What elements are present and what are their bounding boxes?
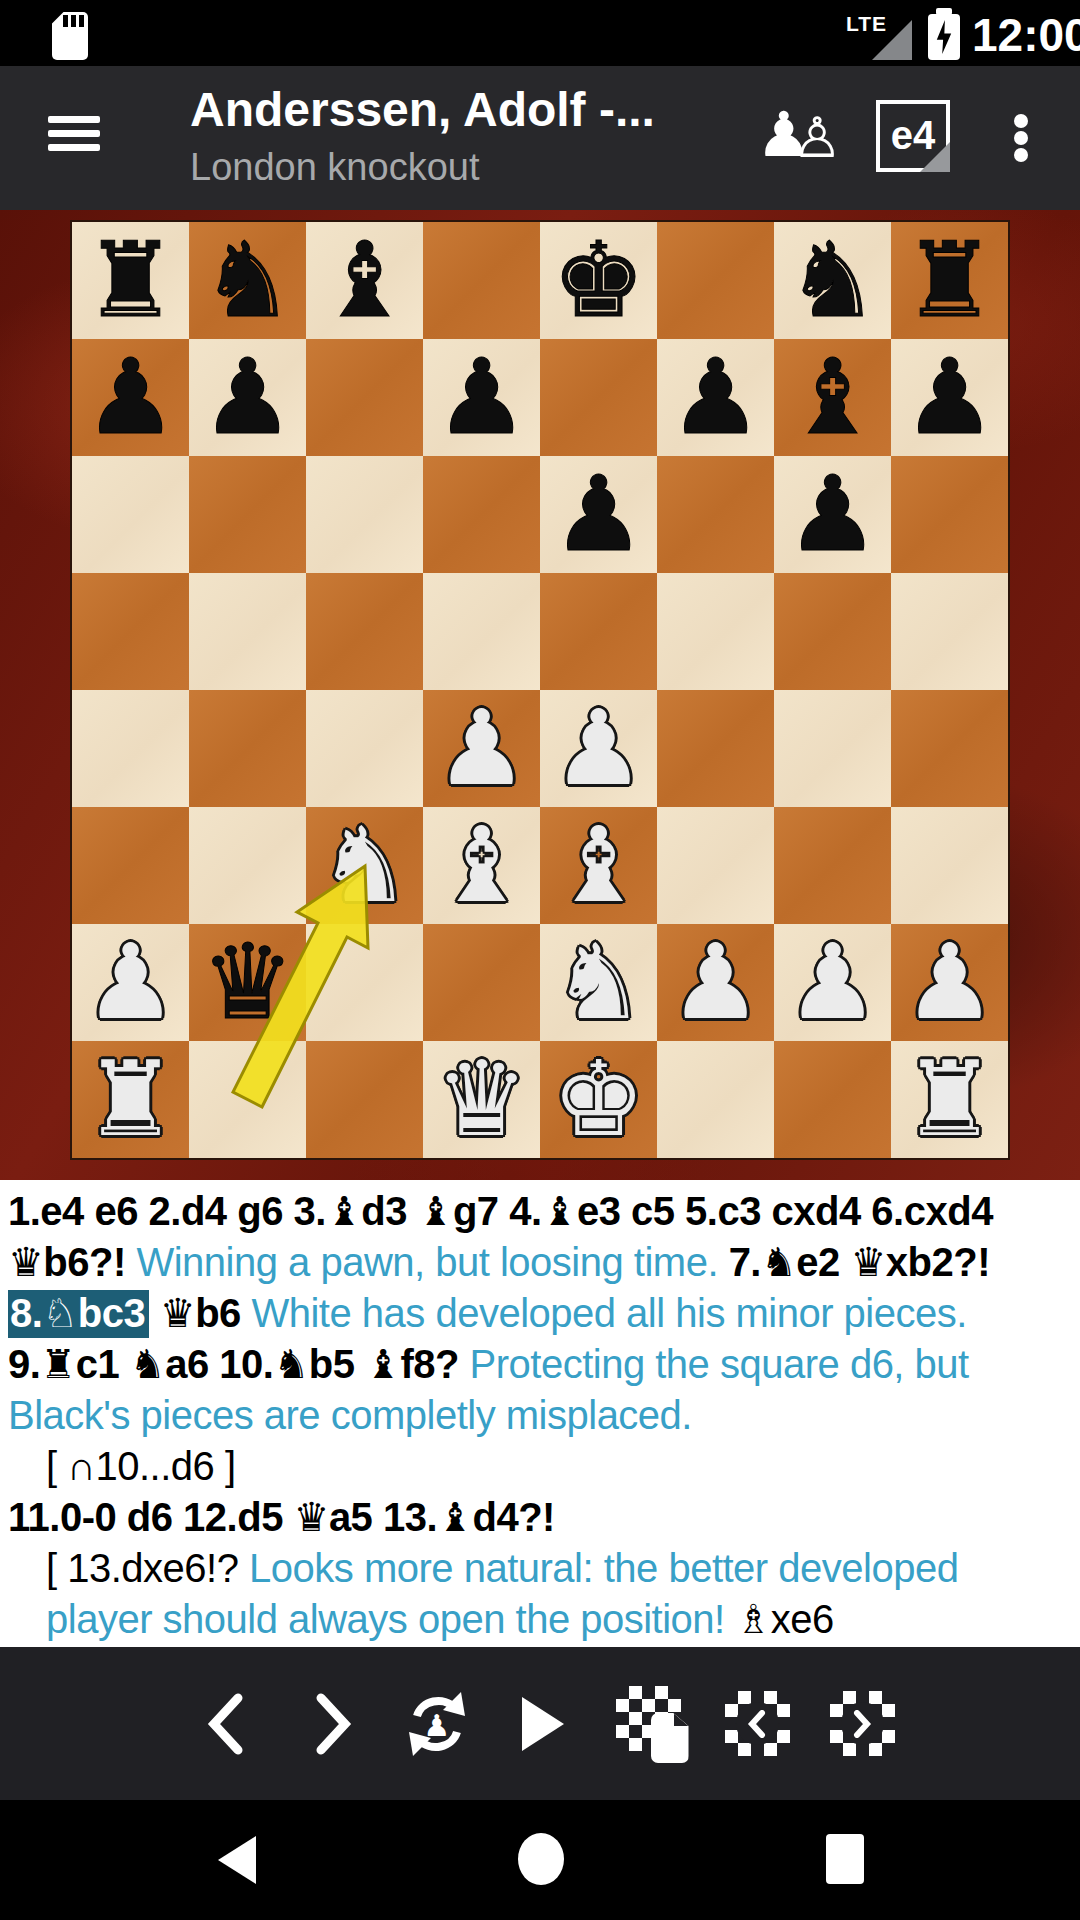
- current-move[interactable]: 8.♘bc3: [8, 1290, 149, 1338]
- white-n-piece: ♞: [318, 807, 411, 924]
- square-d5[interactable]: [423, 573, 540, 690]
- square-c6[interactable]: [306, 456, 423, 573]
- square-b1[interactable]: [189, 1041, 306, 1158]
- square-d3[interactable]: ♝: [423, 807, 540, 924]
- square-f2[interactable]: ♟: [657, 924, 774, 1041]
- playback-toolbar: ♟: [0, 1647, 1080, 1800]
- white-p-piece: ♟: [786, 924, 879, 1041]
- notation-paragraph: [ ∩10...d6 ]: [8, 1441, 1072, 1492]
- square-a6[interactable]: [72, 456, 189, 573]
- square-e2[interactable]: ♞: [540, 924, 657, 1041]
- move-text[interactable]: [ 13.dxe6!?: [46, 1546, 249, 1590]
- black-p-piece: ♟: [669, 339, 762, 456]
- black-p-piece: ♟: [903, 339, 996, 456]
- square-g4[interactable]: [774, 690, 891, 807]
- android-nav-bar: [0, 1800, 1080, 1920]
- black-n-piece: ♞: [201, 222, 294, 339]
- square-a5[interactable]: [72, 573, 189, 690]
- square-a3[interactable]: [72, 807, 189, 924]
- status-bar: LTE 12:00: [0, 0, 1080, 66]
- opening-move-label: e4: [891, 113, 936, 157]
- move-text[interactable]: 9.♜c1 ♞a6 10.♞b5 ♝f8?: [8, 1342, 470, 1386]
- square-c3[interactable]: ♞: [306, 807, 423, 924]
- move-text[interactable]: [ ∩10...d6 ]: [46, 1444, 236, 1488]
- square-d2[interactable]: [423, 924, 540, 1041]
- white-n-piece: ♞: [552, 924, 645, 1041]
- notation-paragraph: 11.0-0 d6 12.d5 ♛a5 13.♝d4?!: [8, 1492, 1072, 1543]
- square-g6[interactable]: ♟: [774, 456, 891, 573]
- square-h2[interactable]: ♟: [891, 924, 1008, 1041]
- black-r-piece: ♜: [903, 222, 996, 339]
- square-d4[interactable]: ♟: [423, 690, 540, 807]
- board-document-icon: [616, 1686, 681, 1751]
- engine-refresh-button[interactable]: ♟: [402, 1647, 472, 1800]
- square-c5[interactable]: [306, 573, 423, 690]
- square-c2[interactable]: [306, 924, 423, 1041]
- phone-screen: LTE 12:00 Anderssen, Adolf -... London k…: [0, 0, 1080, 1920]
- square-g3[interactable]: [774, 807, 891, 924]
- black-b-piece: ♝: [318, 222, 411, 339]
- comment-text[interactable]: White has developed all his minor pieces…: [251, 1291, 966, 1335]
- black-p-piece: ♟: [786, 456, 879, 573]
- black-p-piece: ♟: [435, 339, 528, 456]
- square-d7[interactable]: ♟: [423, 339, 540, 456]
- play-icon: [516, 1694, 568, 1754]
- chevron-right-circle-icon: [841, 1702, 884, 1745]
- home-button[interactable]: [518, 1833, 564, 1885]
- move-text[interactable]: ♛b6: [149, 1291, 251, 1335]
- square-b5[interactable]: [189, 573, 306, 690]
- square-f7[interactable]: ♟: [657, 339, 774, 456]
- square-e6[interactable]: ♟: [540, 456, 657, 573]
- board-frame: ♜♞♝♚♞♜♟♟♟♟♝♟♟♟♟♟♞♝♝♟♛♞♟♟♟♜♛♚♜: [0, 210, 1080, 1180]
- square-h7[interactable]: ♟: [891, 339, 1008, 456]
- board-previous-icon: [725, 1691, 790, 1756]
- white-r-piece: ♜: [84, 1041, 177, 1158]
- square-b3[interactable]: [189, 807, 306, 924]
- square-c7[interactable]: [306, 339, 423, 456]
- black-p-piece: ♟: [552, 456, 645, 573]
- square-a8[interactable]: ♜: [72, 222, 189, 339]
- black-k-piece: ♚: [552, 222, 645, 339]
- opening-move-badge[interactable]: e4: [876, 100, 950, 172]
- notation-paragraph: 1.e4 e6 2.d4 g6 3.♝d3 ♝g7 4.♝e3 c5 5.c3 …: [8, 1186, 1072, 1441]
- square-c4[interactable]: [306, 690, 423, 807]
- app-bar: Anderssen, Adolf -... London knockout ♟ …: [0, 66, 1080, 210]
- white-k-piece: ♚: [552, 1041, 645, 1158]
- board-next-icon: [830, 1691, 895, 1756]
- status-clock: 12:00: [972, 8, 1080, 62]
- white-r-piece: ♜: [903, 1041, 996, 1158]
- back-button[interactable]: [218, 1836, 256, 1884]
- game-event-subtitle: London knockout: [190, 146, 479, 189]
- square-e1[interactable]: ♚: [540, 1041, 657, 1158]
- square-e4[interactable]: ♟: [540, 690, 657, 807]
- previous-game-button[interactable]: [722, 1647, 792, 1800]
- chevron-left-circle-icon: [736, 1702, 779, 1745]
- svg-text:♟: ♟: [424, 1708, 451, 1743]
- battery-icon: [928, 14, 960, 60]
- move-notation-panel[interactable]: 1.e4 e6 2.d4 g6 3.♝d3 ♝g7 4.♝e3 c5 5.c3 …: [0, 1180, 1080, 1647]
- square-g1[interactable]: [774, 1041, 891, 1158]
- document-icon: [651, 1713, 689, 1763]
- square-b4[interactable]: [189, 690, 306, 807]
- square-c1[interactable]: [306, 1041, 423, 1158]
- autoplay-button[interactable]: [512, 1647, 572, 1800]
- sim-card-icon: [52, 12, 88, 60]
- menu-icon[interactable]: [48, 116, 100, 152]
- square-f4[interactable]: [657, 690, 774, 807]
- black-p-piece: ♟: [201, 339, 294, 456]
- white-b-piece: ♝: [435, 807, 528, 924]
- white-q-piece: ♛: [435, 1041, 528, 1158]
- charging-bolt-icon: [935, 20, 953, 54]
- square-h8[interactable]: ♜: [891, 222, 1008, 339]
- refresh-pawn-icon: ♟: [403, 1688, 471, 1760]
- white-p-piece: ♟: [84, 924, 177, 1041]
- black-n-piece: ♞: [786, 222, 879, 339]
- black-pawn-glyph: ♙: [792, 110, 842, 166]
- square-b7[interactable]: ♟: [189, 339, 306, 456]
- square-f8[interactable]: [657, 222, 774, 339]
- next-move-button[interactable]: [300, 1647, 364, 1800]
- square-c8[interactable]: ♝: [306, 222, 423, 339]
- comment-text[interactable]: Winning a pawn, but loosing time.: [136, 1240, 728, 1284]
- square-h3[interactable]: [891, 807, 1008, 924]
- black-b-piece: ♝: [786, 339, 879, 456]
- chess-board[interactable]: ♜♞♝♚♞♜♟♟♟♟♝♟♟♟♟♟♞♝♝♟♛♞♟♟♟♜♛♚♜: [70, 220, 1010, 1160]
- square-h1[interactable]: ♜: [891, 1041, 1008, 1158]
- square-b2[interactable]: ♛: [189, 924, 306, 1041]
- overflow-menu-icon[interactable]: [1014, 114, 1028, 165]
- white-b-piece: ♝: [552, 807, 645, 924]
- square-b6[interactable]: [189, 456, 306, 573]
- square-a2[interactable]: ♟: [72, 924, 189, 1041]
- white-p-piece: ♟: [435, 690, 528, 807]
- notation-paragraph: [ 13.dxe6!? Looks more natural: the bett…: [8, 1543, 1072, 1645]
- game-list-button[interactable]: [613, 1647, 683, 1800]
- square-f3[interactable]: [657, 807, 774, 924]
- white-p-piece: ♟: [903, 924, 996, 1041]
- square-h6[interactable]: [891, 456, 1008, 573]
- square-d8[interactable]: [423, 222, 540, 339]
- game-title: Anderssen, Adolf -...: [190, 82, 655, 137]
- square-h4[interactable]: [891, 690, 1008, 807]
- square-d1[interactable]: ♛: [423, 1041, 540, 1158]
- black-p-piece: ♟: [84, 339, 177, 456]
- white-p-piece: ♟: [669, 924, 762, 1041]
- next-game-button[interactable]: [827, 1647, 897, 1800]
- square-f6[interactable]: [657, 456, 774, 573]
- chevron-left-icon: [202, 1692, 252, 1756]
- move-text[interactable]: ♗xe6: [735, 1597, 833, 1641]
- square-g7[interactable]: ♝: [774, 339, 891, 456]
- black-q-piece: ♛: [201, 924, 294, 1041]
- square-f1[interactable]: [657, 1041, 774, 1158]
- square-a7[interactable]: ♟: [72, 339, 189, 456]
- previous-move-button[interactable]: [195, 1647, 259, 1800]
- square-e8[interactable]: ♚: [540, 222, 657, 339]
- white-p-piece: ♟: [552, 690, 645, 807]
- chevron-right-icon: [307, 1692, 357, 1756]
- network-type-label: LTE: [846, 12, 887, 36]
- players-pawns-icon[interactable]: ♟ ♙: [756, 102, 836, 174]
- move-text[interactable]: 7.♞e2 ♛xb2?!: [729, 1240, 990, 1284]
- square-g2[interactable]: ♟: [774, 924, 891, 1041]
- square-e3[interactable]: ♝: [540, 807, 657, 924]
- move-text[interactable]: 11.0-0 d6 12.d5 ♛a5 13.♝d4?!: [8, 1495, 555, 1539]
- square-g5[interactable]: [774, 573, 891, 690]
- square-b8[interactable]: ♞: [189, 222, 306, 339]
- square-h5[interactable]: [891, 573, 1008, 690]
- square-g8[interactable]: ♞: [774, 222, 891, 339]
- black-r-piece: ♜: [84, 222, 177, 339]
- recents-button[interactable]: [826, 1834, 864, 1884]
- square-a1[interactable]: ♜: [72, 1041, 189, 1158]
- square-e7[interactable]: [540, 339, 657, 456]
- square-e5[interactable]: [540, 573, 657, 690]
- square-a4[interactable]: [72, 690, 189, 807]
- square-d6[interactable]: [423, 456, 540, 573]
- square-f5[interactable]: [657, 573, 774, 690]
